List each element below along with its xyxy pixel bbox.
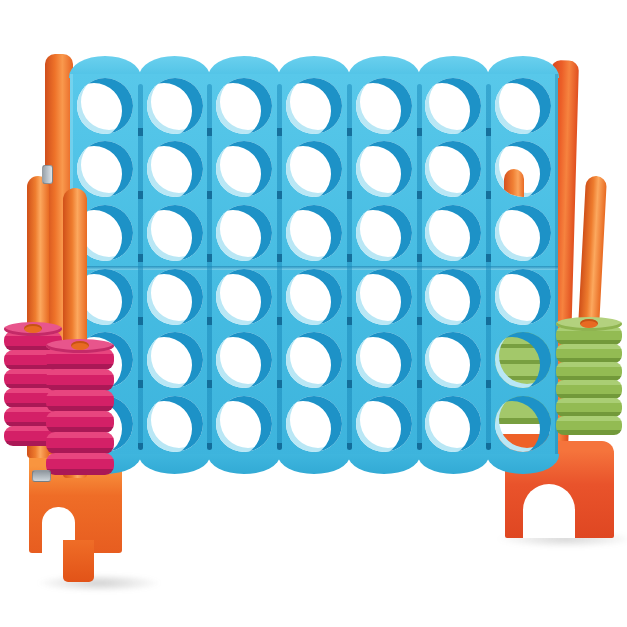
slot-cell-r2c6	[419, 138, 489, 202]
slot-cell-r5c7	[488, 329, 558, 393]
slot-r4c7[interactable]	[495, 269, 551, 325]
slot-r6c2[interactable]	[147, 396, 203, 452]
green-ring[interactable]	[556, 380, 622, 399]
pink-stack-top-face	[46, 339, 114, 353]
green-ring-stack[interactable]	[556, 317, 622, 435]
frame-leg-right-arch	[523, 484, 575, 538]
slot-cell-r2c2	[140, 138, 210, 202]
board-scallop-bump	[139, 454, 211, 474]
slot-r1c7[interactable]	[495, 78, 551, 134]
slot-cell-r3c6	[419, 201, 489, 265]
slot-cell-r2c5	[349, 138, 419, 202]
slot-r4c6[interactable]	[425, 269, 481, 325]
pink-stack-top-face	[4, 322, 62, 336]
pink-ring-stack-front[interactable]	[46, 339, 114, 475]
slot-cell-r5c5	[349, 329, 419, 393]
slot-cell-r1c1	[70, 74, 140, 138]
slot-cell-r5c4	[279, 329, 349, 393]
slot-r5c6[interactable]	[425, 332, 481, 388]
slot-r1c2[interactable]	[147, 78, 203, 134]
slot-r2c2[interactable]	[147, 141, 203, 197]
slot-cell-r1c3	[209, 74, 279, 138]
pink-ring[interactable]	[46, 432, 114, 454]
slot-r3c5[interactable]	[356, 205, 412, 261]
board-scallop-bump	[278, 454, 350, 474]
slot-cell-r3c5	[349, 201, 419, 265]
slot-r6c4[interactable]	[286, 396, 342, 452]
frame-screw-upper	[42, 165, 53, 184]
slot-cell-r4c3	[209, 265, 279, 329]
board-scallop-bump	[348, 454, 420, 474]
slot-r5c4[interactable]	[286, 332, 342, 388]
slot-r5c5[interactable]	[356, 332, 412, 388]
green-ring[interactable]	[556, 362, 622, 381]
slot-r2c6[interactable]	[425, 141, 481, 197]
green-ring[interactable]	[556, 398, 622, 417]
pink-ring[interactable]	[46, 390, 114, 412]
pink-ring[interactable]	[46, 453, 114, 475]
slot-r5c7[interactable]	[495, 332, 551, 388]
green-ring[interactable]	[556, 416, 622, 435]
slot-cell-r6c2	[140, 392, 210, 456]
slot-cell-r4c4	[279, 265, 349, 329]
slot-cell-r1c5	[349, 74, 419, 138]
slot-cell-r1c4	[279, 74, 349, 138]
slot-r5c3[interactable]	[216, 332, 272, 388]
frame-leg-left-foot	[63, 540, 94, 582]
slot-r1c3[interactable]	[216, 78, 272, 134]
slot-grid	[70, 74, 558, 456]
slot-cell-r2c7	[488, 138, 558, 202]
slot-cell-r6c3	[209, 392, 279, 456]
slot-r5c2[interactable]	[147, 332, 203, 388]
slot-cell-r3c3	[209, 201, 279, 265]
slot-r6c6[interactable]	[425, 396, 481, 452]
slot-cell-r2c3	[209, 138, 279, 202]
slot-cell-r4c2	[140, 265, 210, 329]
slot-r2c1[interactable]	[77, 141, 133, 197]
green-stack-top-face	[556, 317, 622, 331]
slot-r2c5[interactable]	[356, 141, 412, 197]
slot-r3c6[interactable]	[425, 205, 481, 261]
pink-ring[interactable]	[46, 369, 114, 391]
slot-r1c6[interactable]	[425, 78, 481, 134]
pink-ring[interactable]	[46, 411, 114, 433]
slot-r3c3[interactable]	[216, 205, 272, 261]
slot-r1c4[interactable]	[286, 78, 342, 134]
slot-r4c2[interactable]	[147, 269, 203, 325]
slot-cell-r6c7	[488, 392, 558, 456]
slot-cell-r1c6	[419, 74, 489, 138]
board-scallop-bump	[487, 454, 559, 474]
product-photo-stage	[0, 0, 627, 627]
board-scallop-bump	[208, 454, 280, 474]
disc-post-right	[578, 175, 607, 328]
board-scallop-bottom-edge	[70, 454, 558, 474]
slot-r6c3[interactable]	[216, 396, 272, 452]
slot-cell-r3c7	[488, 201, 558, 265]
slot-cell-r3c2	[140, 201, 210, 265]
slot-r2c4[interactable]	[286, 141, 342, 197]
slot-cell-r4c5	[349, 265, 419, 329]
slot-r3c2[interactable]	[147, 205, 203, 261]
slot-r6c5[interactable]	[356, 396, 412, 452]
frame-screw-lower	[32, 470, 51, 482]
slot-r2c3[interactable]	[216, 141, 272, 197]
slot-r4c5[interactable]	[356, 269, 412, 325]
connect-four-board	[70, 56, 558, 474]
slot-cell-r6c5	[349, 392, 419, 456]
slot-cell-r3c4	[279, 201, 349, 265]
storage-post-top-through-slot	[504, 169, 524, 197]
green-ring[interactable]	[556, 344, 622, 363]
slot-r4c4[interactable]	[286, 269, 342, 325]
slot-cell-r5c3	[209, 329, 279, 393]
slot-cell-r6c4	[279, 392, 349, 456]
slot-cell-r1c7	[488, 74, 558, 138]
slot-r3c7[interactable]	[495, 205, 551, 261]
slot-cell-r4c6	[419, 265, 489, 329]
slot-r2c7[interactable]	[495, 141, 551, 197]
slot-r6c7[interactable]	[495, 396, 551, 452]
slot-cell-r1c2	[140, 74, 210, 138]
post-through-ring-icon	[580, 319, 598, 328]
slot-cell-r6c6	[419, 392, 489, 456]
floor-shadow-left	[36, 574, 162, 592]
slot-r1c1[interactable]	[77, 78, 133, 134]
slot-cell-r2c4	[279, 138, 349, 202]
slot-r3c4[interactable]	[286, 205, 342, 261]
slot-cell-r5c6	[419, 329, 489, 393]
post-through-ring-icon	[24, 324, 42, 333]
post-through-ring-icon	[71, 341, 89, 350]
slot-r4c3[interactable]	[216, 269, 272, 325]
slot-cell-r5c2	[140, 329, 210, 393]
slot-cell-r4c7	[488, 265, 558, 329]
slot-r1c5[interactable]	[356, 78, 412, 134]
board-scallop-bump	[418, 454, 490, 474]
